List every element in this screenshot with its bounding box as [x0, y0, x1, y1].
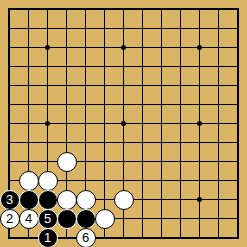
intersection[interactable]	[0, 171, 19, 190]
intersection[interactable]	[133, 190, 152, 209]
intersection[interactable]	[95, 114, 114, 133]
intersection[interactable]	[19, 19, 38, 38]
intersection[interactable]: 2	[0, 209, 19, 228]
intersection[interactable]	[228, 19, 247, 38]
intersection[interactable]	[19, 57, 38, 76]
intersection[interactable]	[228, 152, 247, 171]
white-stone: 6	[76, 228, 96, 247]
white-stone: 4	[19, 209, 39, 229]
intersection[interactable]	[171, 171, 190, 190]
intersection[interactable]	[38, 38, 57, 57]
intersection[interactable]	[0, 228, 19, 247]
intersection[interactable]: 5	[38, 209, 57, 228]
intersection[interactable]: 4	[19, 209, 38, 228]
intersection[interactable]	[209, 38, 228, 57]
intersection[interactable]	[171, 0, 190, 19]
intersection[interactable]	[228, 209, 247, 228]
intersection[interactable]	[19, 171, 38, 190]
intersection[interactable]	[76, 152, 95, 171]
intersection[interactable]	[38, 19, 57, 38]
intersection[interactable]	[57, 171, 76, 190]
intersection[interactable]	[152, 228, 171, 247]
intersection[interactable]	[57, 57, 76, 76]
black-stone	[19, 190, 39, 210]
black-stone	[38, 190, 58, 210]
intersection[interactable]	[228, 95, 247, 114]
intersection[interactable]	[114, 57, 133, 76]
intersection[interactable]	[209, 133, 228, 152]
intersection[interactable]	[19, 114, 38, 133]
white-stone	[38, 171, 58, 191]
intersection[interactable]	[209, 190, 228, 209]
intersection[interactable]	[190, 114, 209, 133]
intersection[interactable]	[133, 114, 152, 133]
intersection[interactable]	[114, 0, 133, 19]
intersection[interactable]	[95, 190, 114, 209]
intersection[interactable]	[152, 95, 171, 114]
intersection[interactable]	[190, 228, 209, 247]
intersection[interactable]	[95, 57, 114, 76]
intersection[interactable]	[19, 152, 38, 171]
intersection[interactable]	[133, 57, 152, 76]
intersection[interactable]	[76, 209, 95, 228]
intersection[interactable]	[114, 190, 133, 209]
black-stone	[57, 209, 77, 229]
black-stone: 3	[0, 190, 20, 210]
intersection[interactable]	[95, 171, 114, 190]
white-stone	[114, 190, 134, 210]
intersection[interactable]	[0, 76, 19, 95]
intersection[interactable]	[95, 133, 114, 152]
intersection[interactable]	[57, 38, 76, 57]
intersection[interactable]	[152, 114, 171, 133]
intersection[interactable]	[228, 114, 247, 133]
intersection[interactable]	[76, 76, 95, 95]
intersection[interactable]	[114, 133, 133, 152]
intersection[interactable]	[76, 57, 95, 76]
intersection[interactable]	[57, 152, 76, 171]
intersection[interactable]	[209, 95, 228, 114]
intersection[interactable]	[171, 76, 190, 95]
intersection[interactable]	[171, 152, 190, 171]
intersection[interactable]	[95, 228, 114, 247]
intersection[interactable]	[114, 76, 133, 95]
intersection[interactable]	[228, 190, 247, 209]
star-point	[121, 121, 126, 126]
intersection[interactable]	[152, 190, 171, 209]
black-stone: 1	[38, 228, 58, 247]
intersection[interactable]	[209, 228, 228, 247]
intersection[interactable]	[0, 152, 19, 171]
intersection[interactable]	[133, 171, 152, 190]
intersection[interactable]	[209, 171, 228, 190]
white-stone	[76, 190, 96, 210]
intersection[interactable]	[171, 133, 190, 152]
star-point	[197, 197, 202, 202]
intersection[interactable]	[228, 133, 247, 152]
move-number: 4	[25, 212, 32, 225]
intersection[interactable]	[152, 133, 171, 152]
intersection[interactable]	[209, 57, 228, 76]
intersection[interactable]	[95, 76, 114, 95]
intersection[interactable]	[209, 114, 228, 133]
intersection[interactable]	[0, 19, 19, 38]
intersection[interactable]: 3	[0, 190, 19, 209]
intersection[interactable]	[152, 209, 171, 228]
intersection[interactable]	[190, 152, 209, 171]
intersection[interactable]	[209, 209, 228, 228]
intersection[interactable]	[190, 38, 209, 57]
go-diagram: 324516	[0, 0, 247, 247]
intersection[interactable]	[76, 171, 95, 190]
star-point	[197, 121, 202, 126]
intersection[interactable]	[209, 76, 228, 95]
intersection[interactable]	[57, 19, 76, 38]
white-stone	[95, 209, 115, 229]
intersection[interactable]	[95, 209, 114, 228]
intersection[interactable]	[171, 209, 190, 228]
intersection[interactable]	[190, 171, 209, 190]
star-point	[197, 45, 202, 50]
intersection[interactable]	[95, 38, 114, 57]
go-board: 324516	[0, 0, 247, 247]
black-stone	[76, 209, 96, 229]
intersection[interactable]	[19, 133, 38, 152]
intersection[interactable]	[114, 114, 133, 133]
intersection[interactable]	[228, 0, 247, 19]
intersection[interactable]	[209, 0, 228, 19]
intersection[interactable]	[57, 209, 76, 228]
intersection[interactable]	[190, 19, 209, 38]
intersection[interactable]	[0, 0, 19, 19]
intersection[interactable]	[190, 190, 209, 209]
intersection[interactable]	[152, 0, 171, 19]
intersection[interactable]	[95, 152, 114, 171]
intersection[interactable]	[114, 152, 133, 171]
intersection[interactable]	[152, 152, 171, 171]
intersection[interactable]	[190, 0, 209, 19]
intersection[interactable]	[171, 114, 190, 133]
intersection[interactable]	[57, 190, 76, 209]
intersection[interactable]	[133, 228, 152, 247]
intersection[interactable]	[171, 95, 190, 114]
intersection[interactable]	[114, 38, 133, 57]
intersection[interactable]	[0, 95, 19, 114]
intersection[interactable]	[76, 190, 95, 209]
intersection[interactable]	[171, 228, 190, 247]
star-point	[121, 45, 126, 50]
intersection[interactable]	[57, 114, 76, 133]
intersection[interactable]	[57, 76, 76, 95]
intersection[interactable]	[0, 133, 19, 152]
intersection[interactable]	[114, 171, 133, 190]
intersection[interactable]	[190, 209, 209, 228]
intersection[interactable]	[171, 190, 190, 209]
intersection[interactable]	[38, 114, 57, 133]
intersection[interactable]: 6	[76, 228, 95, 247]
intersection[interactable]	[0, 57, 19, 76]
intersection[interactable]	[38, 76, 57, 95]
intersection[interactable]	[133, 38, 152, 57]
intersection[interactable]	[190, 133, 209, 152]
intersection[interactable]	[76, 114, 95, 133]
intersection[interactable]	[57, 0, 76, 19]
intersection[interactable]	[133, 209, 152, 228]
intersection[interactable]	[228, 171, 247, 190]
intersection[interactable]	[228, 228, 247, 247]
intersection[interactable]	[228, 57, 247, 76]
intersection[interactable]	[38, 171, 57, 190]
intersection[interactable]	[95, 19, 114, 38]
intersection[interactable]	[76, 133, 95, 152]
intersection[interactable]: 1	[38, 228, 57, 247]
intersection[interactable]	[133, 19, 152, 38]
move-number: 5	[44, 212, 51, 225]
intersection[interactable]	[190, 57, 209, 76]
move-number: 1	[44, 231, 51, 244]
intersection[interactable]	[190, 76, 209, 95]
intersection[interactable]	[57, 133, 76, 152]
white-stone	[19, 171, 39, 191]
intersection[interactable]	[76, 95, 95, 114]
intersection[interactable]	[209, 152, 228, 171]
intersection[interactable]	[38, 133, 57, 152]
intersection[interactable]	[228, 76, 247, 95]
intersection[interactable]	[19, 190, 38, 209]
intersection[interactable]	[152, 76, 171, 95]
black-stone: 5	[38, 209, 58, 229]
white-stone	[57, 152, 77, 172]
intersection[interactable]	[76, 19, 95, 38]
intersection[interactable]	[114, 19, 133, 38]
intersection[interactable]	[19, 95, 38, 114]
intersection[interactable]	[19, 76, 38, 95]
intersection[interactable]	[152, 19, 171, 38]
move-number: 6	[82, 231, 89, 244]
intersection[interactable]	[57, 228, 76, 247]
intersection[interactable]	[133, 95, 152, 114]
intersection[interactable]	[171, 38, 190, 57]
star-point	[45, 121, 50, 126]
intersection[interactable]	[171, 19, 190, 38]
intersection[interactable]	[0, 114, 19, 133]
move-number: 2	[6, 212, 13, 225]
intersection[interactable]	[0, 38, 19, 57]
intersection[interactable]	[228, 38, 247, 57]
intersection[interactable]	[114, 209, 133, 228]
intersection[interactable]	[19, 0, 38, 19]
intersection[interactable]	[57, 95, 76, 114]
star-point	[45, 45, 50, 50]
intersection[interactable]	[152, 57, 171, 76]
intersection[interactable]	[95, 95, 114, 114]
intersection[interactable]	[19, 38, 38, 57]
intersection[interactable]	[171, 57, 190, 76]
white-stone	[57, 190, 77, 210]
intersection[interactable]	[152, 38, 171, 57]
intersection[interactable]	[152, 171, 171, 190]
intersection[interactable]	[133, 152, 152, 171]
intersection[interactable]	[114, 228, 133, 247]
intersection[interactable]	[19, 228, 38, 247]
intersection[interactable]	[133, 133, 152, 152]
intersection[interactable]	[95, 0, 114, 19]
intersection[interactable]	[133, 0, 152, 19]
intersection[interactable]	[38, 190, 57, 209]
intersection[interactable]	[76, 38, 95, 57]
intersection[interactable]	[114, 95, 133, 114]
intersection[interactable]	[38, 152, 57, 171]
intersection[interactable]	[133, 76, 152, 95]
white-stone: 2	[0, 209, 20, 229]
intersection[interactable]	[209, 19, 228, 38]
intersection[interactable]	[38, 0, 57, 19]
move-number: 3	[6, 193, 13, 206]
intersection[interactable]	[38, 57, 57, 76]
intersection[interactable]	[38, 95, 57, 114]
intersection[interactable]	[190, 95, 209, 114]
intersection[interactable]	[76, 0, 95, 19]
